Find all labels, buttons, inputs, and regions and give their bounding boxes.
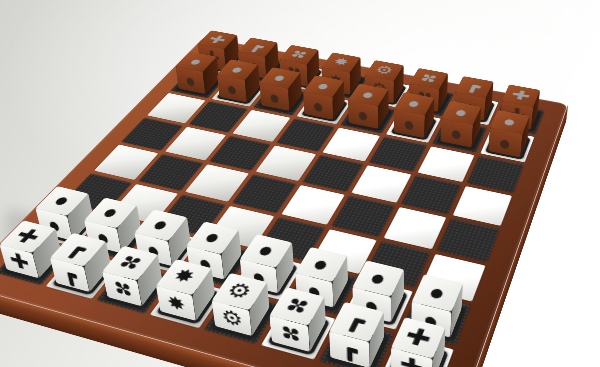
black-pawn-d7[interactable]: ●● — [304, 86, 344, 108]
drop-dot-icon: ● — [189, 57, 204, 65]
perspective-camera: ✚✚┏┏✤✤✸✸⚙⚙✤✤┏┏✚✚●●●●●●●●●●●●●●●●●●●●●●●●… — [72, 0, 527, 367]
drop-dot-icon: ● — [313, 99, 323, 112]
drop-dot-icon: ● — [230, 65, 244, 73]
white-pawn-c2[interactable]: ●● — [137, 221, 189, 253]
drop-dot-icon: ● — [407, 99, 421, 108]
white-pawn-a2[interactable]: ●● — [39, 198, 91, 228]
white-pawn-d2[interactable]: ●● — [188, 234, 240, 267]
angle-bracket-icon: ┏ — [61, 264, 78, 285]
drop-dot-icon: ● — [499, 136, 510, 149]
drop-dot-icon: ● — [185, 74, 195, 87]
angle-bracket-icon: ┏ — [65, 240, 91, 259]
square-f5[interactable] — [351, 165, 411, 203]
sunburst-star-icon: ✸ — [168, 266, 199, 287]
square-g5[interactable] — [401, 175, 461, 214]
heavy-cross-icon: ✚ — [7, 248, 32, 273]
quatrefoil-icon: ✤ — [115, 252, 146, 273]
drop-dot-icon: ● — [270, 90, 280, 103]
white-pawn-e2[interactable]: ●● — [241, 246, 293, 280]
black-pawn-f7[interactable]: ●● — [394, 103, 434, 126]
sunburst-star-icon: ✸ — [330, 56, 351, 68]
gear-icon: ⚙ — [220, 305, 244, 330]
white-pawn-b2[interactable]: ●● — [87, 210, 139, 241]
gear-icon: ⚙ — [372, 64, 395, 77]
black-pawn-a7[interactable]: ●● — [177, 62, 218, 82]
quatrefoil-icon: ✤ — [287, 48, 311, 60]
angle-bracket-icon: ┏ — [466, 81, 482, 93]
heavy-cross-icon: ✚ — [205, 33, 230, 46]
white-bishop-f1[interactable]: ✤✤ — [270, 300, 324, 339]
heavy-cross-icon: ✚ — [509, 88, 532, 103]
drop-dot-icon: ● — [257, 244, 275, 258]
white-pawn-f2[interactable]: ●● — [296, 259, 347, 294]
drop-dot-icon: ● — [503, 117, 516, 127]
black-pawn-e7[interactable]: ●● — [348, 95, 388, 117]
drop-dot-icon: ● — [454, 108, 468, 117]
drop-dot-icon: ● — [404, 117, 414, 130]
chess-board: ✚✚┏┏✤✤✸✸⚙⚙✤✤┏┏✚✚●●●●●●●●●●●●●●●●●●●●●●●●… — [0, 37, 568, 367]
white-bishop-c1[interactable]: ✤✤ — [105, 258, 160, 293]
white-king-e1[interactable]: ⚙⚙ — [213, 285, 268, 323]
square-f6[interactable] — [369, 137, 426, 172]
quatrefoil-icon: ✤ — [416, 72, 441, 85]
white-knight-b1[interactable]: ┏┏ — [53, 245, 108, 279]
drop-dot-icon: ● — [361, 90, 375, 99]
angle-bracket-icon: ┏ — [344, 310, 368, 332]
drop-dot-icon: ● — [203, 231, 222, 244]
drop-dot-icon: ● — [151, 218, 170, 231]
white-queen-d1[interactable]: ✸✸ — [158, 271, 213, 307]
heavy-cross-icon: ✚ — [401, 323, 435, 351]
drop-dot-icon: ● — [273, 73, 287, 81]
quatrefoil-icon: ✤ — [108, 277, 137, 301]
black-pawn-h7[interactable]: ●● — [489, 121, 528, 145]
black-pawn-g7[interactable]: ●● — [441, 112, 481, 136]
white-pawn-h2[interactable]: ●● — [411, 287, 462, 325]
square-g4[interactable] — [384, 207, 447, 249]
drop-dot-icon: ● — [358, 108, 368, 121]
black-pawn-b7[interactable]: ●● — [218, 70, 259, 91]
drop-dot-icon: ● — [428, 285, 445, 300]
white-rook-h1[interactable]: ✚✚ — [391, 330, 445, 367]
drop-dot-icon: ● — [316, 81, 330, 90]
studio-scene: ✚✚┏┏✤✤✸✸⚙⚙✤✤┏┏✚✚●●●●●●●●●●●●●●●●●●●●●●●●… — [0, 0, 600, 367]
square-f4[interactable] — [332, 196, 395, 237]
gear-icon: ⚙ — [223, 279, 256, 303]
drop-dot-icon: ● — [101, 206, 120, 218]
angle-bracket-icon: ┏ — [249, 41, 267, 52]
drop-dot-icon: ● — [52, 194, 71, 206]
white-pawn-g2[interactable]: ●● — [353, 273, 404, 309]
drop-dot-icon: ● — [451, 126, 461, 139]
white-knight-g1[interactable]: ┏┏ — [330, 314, 384, 354]
quatrefoil-icon: ✤ — [280, 294, 313, 317]
black-pawn-c7[interactable]: ●● — [260, 78, 300, 99]
drop-dot-icon: ● — [369, 271, 387, 285]
angle-bracket-icon: ┏ — [342, 338, 357, 360]
sunburst-star-icon: ✸ — [165, 291, 187, 314]
drop-dot-icon: ● — [312, 257, 330, 271]
drop-dot-icon: ● — [227, 82, 237, 95]
quatrefoil-icon: ✤ — [274, 321, 306, 345]
